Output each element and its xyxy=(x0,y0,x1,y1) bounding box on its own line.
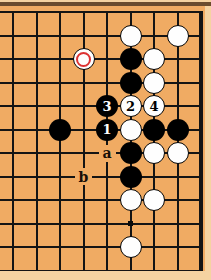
stone-white-R13 xyxy=(143,142,165,164)
stone-white-O17 xyxy=(73,48,95,70)
stone-white-S18 xyxy=(167,25,189,47)
stone-black-Q13 xyxy=(120,142,142,164)
stone-white-Q18 xyxy=(120,25,142,47)
stone-white-S13 xyxy=(167,142,189,164)
frame-bottom-light xyxy=(0,271,211,280)
grid-hline xyxy=(0,58,203,60)
stone-black-Q17 xyxy=(120,48,142,70)
point-label-a: a xyxy=(99,145,116,162)
stone-black-N14 xyxy=(49,119,71,141)
stone-white-R15: 4 xyxy=(143,95,165,117)
stone-white-Q14 xyxy=(120,119,142,141)
go-board-diagram: ab3241 xyxy=(0,0,211,280)
go-board: ab3241 xyxy=(0,0,211,280)
star-point-Q10 xyxy=(128,221,133,226)
stone-white-R16 xyxy=(143,72,165,94)
board-top-edge-line xyxy=(0,11,203,13)
stone-black-S14 xyxy=(167,119,189,141)
stone-white-Q15: 2 xyxy=(120,95,142,117)
move-number-1: 1 xyxy=(102,123,111,136)
move-number-2: 2 xyxy=(126,100,135,113)
stone-white-Q11 xyxy=(120,189,142,211)
grid-vline xyxy=(36,11,38,271)
grid-vline xyxy=(59,11,61,271)
stone-black-P15: 3 xyxy=(96,95,118,117)
stone-black-P14: 1 xyxy=(96,119,118,141)
stone-white-R17 xyxy=(143,48,165,70)
stone-white-R11 xyxy=(143,189,165,211)
red-circle-marker xyxy=(76,52,91,67)
grid-hline xyxy=(0,82,203,84)
stone-black-Q16 xyxy=(120,72,142,94)
grid-vline xyxy=(106,11,108,271)
stone-black-R14 xyxy=(143,119,165,141)
stone-black-Q12 xyxy=(120,166,142,188)
grid-hline xyxy=(0,223,203,225)
stone-white-Q9 xyxy=(120,236,142,258)
grid-vline xyxy=(177,11,179,271)
grid-hline xyxy=(0,246,203,248)
grid-hline xyxy=(0,176,203,178)
move-number-3: 3 xyxy=(102,100,111,113)
move-number-4: 4 xyxy=(149,100,158,113)
grid-hline xyxy=(0,199,203,201)
frame-right-light xyxy=(205,6,211,280)
grid-vline xyxy=(12,11,14,271)
board-right-edge-line xyxy=(199,11,203,271)
point-label-b: b xyxy=(75,168,92,185)
